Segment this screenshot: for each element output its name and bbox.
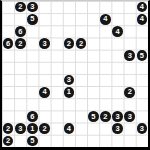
cell-r7c9[interactable]: [112, 86, 124, 98]
cell-r4c5[interactable]: [63, 50, 75, 62]
island-4-r1c11[interactable]: 4: [137, 14, 148, 25]
island-2-r10c0[interactable]: 2: [3, 123, 14, 134]
cell-r11c8[interactable]: [99, 135, 111, 147]
cell-r11c5[interactable]: [63, 135, 75, 147]
cell-r2c6[interactable]: [75, 25, 87, 37]
island-3-r9c9[interactable]: 3: [112, 111, 123, 122]
cell-r3c0[interactable]: 6: [2, 38, 14, 50]
cell-r9c0[interactable]: [2, 111, 14, 123]
island-2-r3c5[interactable]: 2: [64, 38, 75, 49]
cell-r5c6[interactable]: [75, 62, 87, 74]
island-5-r11c2[interactable]: 5: [27, 136, 38, 147]
cell-r0c2[interactable]: 3: [26, 1, 38, 13]
cell-r9c8[interactable]: 2: [99, 111, 111, 123]
cell-r10c1[interactable]: 3: [14, 123, 26, 135]
cell-r2c7[interactable]: [87, 25, 99, 37]
cell-r6c2[interactable]: [26, 74, 38, 86]
island-3-r3c3[interactable]: 3: [39, 38, 50, 49]
cell-r7c6[interactable]: [75, 86, 87, 98]
island-6-r9c2[interactable]: 6: [27, 111, 38, 122]
island-5-r4c11[interactable]: 5: [137, 50, 148, 61]
island-3-r10c9[interactable]: 3: [112, 123, 123, 134]
cell-r7c4[interactable]: [51, 86, 63, 98]
cell-r5c7[interactable]: [87, 62, 99, 74]
cell-r6c1[interactable]: [14, 74, 26, 86]
cell-r3c4[interactable]: [51, 38, 63, 50]
cell-r8c3[interactable]: [39, 98, 51, 110]
cell-r1c0[interactable]: [2, 13, 14, 25]
cell-r6c4[interactable]: [51, 74, 63, 86]
cell-r10c0[interactable]: 2: [2, 123, 14, 135]
cell-r8c9[interactable]: [112, 98, 124, 110]
cell-r7c0[interactable]: [2, 86, 14, 98]
cell-r11c0[interactable]: 2: [2, 135, 14, 147]
cell-r9c11[interactable]: [136, 111, 148, 123]
cell-r10c9[interactable]: 3: [112, 123, 124, 135]
cell-r11c10[interactable]: [124, 135, 136, 147]
cell-r5c2[interactable]: [26, 62, 38, 74]
cell-r4c10[interactable]: 3: [124, 50, 136, 62]
island-4-r10c5[interactable]: 4: [64, 123, 75, 134]
cell-r2c9[interactable]: 4: [112, 25, 124, 37]
cell-r3c8[interactable]: [99, 38, 111, 50]
cell-r10c11[interactable]: 3: [136, 123, 148, 135]
cell-r1c9[interactable]: [112, 13, 124, 25]
cell-r10c7[interactable]: [87, 123, 99, 135]
puzzle-screenshot: 234544646232235341265233231243325: [0, 0, 150, 150]
island-2-r3c6[interactable]: 2: [76, 38, 87, 49]
cell-r3c7[interactable]: [87, 38, 99, 50]
cell-r4c3[interactable]: [39, 50, 51, 62]
island-4-r1c8[interactable]: 4: [100, 14, 111, 25]
cell-r2c8[interactable]: [99, 25, 111, 37]
cell-r8c2[interactable]: [26, 98, 38, 110]
cell-r8c7[interactable]: [87, 98, 99, 110]
cell-r4c4[interactable]: [51, 50, 63, 62]
island-3-r10c1[interactable]: 3: [15, 123, 26, 134]
cell-r7c8[interactable]: [99, 86, 111, 98]
cell-r3c1[interactable]: 2: [14, 38, 26, 50]
cell-r10c4[interactable]: [51, 123, 63, 135]
cell-r3c9[interactable]: [112, 38, 124, 50]
cell-r6c3[interactable]: [39, 74, 51, 86]
cell-r9c1[interactable]: [14, 111, 26, 123]
cell-r5c1[interactable]: [14, 62, 26, 74]
cell-r3c2[interactable]: [26, 38, 38, 50]
island-5-r1c2[interactable]: 5: [27, 14, 38, 25]
cell-r4c7[interactable]: [87, 50, 99, 62]
cell-r5c9[interactable]: [112, 62, 124, 74]
hashi-board: 234544646232235341265233231243325: [0, 0, 150, 150]
hashi-grid: 234544646232235341265233231243325: [2, 1, 148, 147]
cell-r10c8[interactable]: [99, 123, 111, 135]
cell-r2c10[interactable]: [124, 25, 136, 37]
cell-r8c4[interactable]: [51, 98, 63, 110]
cell-r1c10[interactable]: [124, 13, 136, 25]
cell-r9c9[interactable]: 3: [112, 111, 124, 123]
island-3-r9c10[interactable]: 3: [124, 111, 135, 122]
cell-r1c6[interactable]: [75, 13, 87, 25]
cell-r9c3[interactable]: [39, 111, 51, 123]
cell-r4c9[interactable]: [112, 50, 124, 62]
cell-r8c5[interactable]: [63, 98, 75, 110]
cell-r7c5[interactable]: 1: [63, 86, 75, 98]
cell-r5c3[interactable]: [39, 62, 51, 74]
cell-r10c10[interactable]: [124, 123, 136, 135]
island-2-r11c0[interactable]: 2: [3, 136, 14, 147]
cell-r6c8[interactable]: [99, 74, 111, 86]
cell-r0c10[interactable]: [124, 1, 136, 13]
cell-r7c2[interactable]: [26, 86, 38, 98]
island-2-r3c1[interactable]: 2: [15, 38, 26, 49]
cell-r10c5[interactable]: 4: [63, 123, 75, 135]
island-4-r2c9[interactable]: 4: [112, 26, 123, 37]
island-3-r4c10[interactable]: 3: [124, 50, 135, 61]
island-3-r6c5[interactable]: 3: [64, 75, 75, 86]
cell-r5c11[interactable]: [136, 62, 148, 74]
cell-r4c11[interactable]: 5: [136, 50, 148, 62]
island-2-r9c8[interactable]: 2: [100, 111, 111, 122]
island-2-r7c10[interactable]: 2: [124, 87, 135, 98]
cell-r3c5[interactable]: 2: [63, 38, 75, 50]
island-3-r10c11[interactable]: 3: [137, 123, 148, 134]
cell-r5c10[interactable]: [124, 62, 136, 74]
cell-r6c6[interactable]: [75, 74, 87, 86]
cell-r0c0[interactable]: [2, 1, 14, 13]
cell-r1c3[interactable]: [39, 13, 51, 25]
cell-r0c1[interactable]: 2: [14, 1, 26, 13]
cell-r5c4[interactable]: [51, 62, 63, 74]
cell-r7c7[interactable]: [87, 86, 99, 98]
cell-r9c5[interactable]: [63, 111, 75, 123]
cell-r1c1[interactable]: [14, 13, 26, 25]
cell-r11c4[interactable]: [51, 135, 63, 147]
cell-r0c6[interactable]: [75, 1, 87, 13]
cell-r10c2[interactable]: 1: [26, 123, 38, 135]
cell-r1c4[interactable]: [51, 13, 63, 25]
cell-r7c3[interactable]: 4: [39, 86, 51, 98]
island-3-r0c2[interactable]: 3: [27, 2, 38, 13]
cell-r4c2[interactable]: [26, 50, 38, 62]
cell-r1c11[interactable]: 4: [136, 13, 148, 25]
cell-r2c3[interactable]: [39, 25, 51, 37]
cell-r11c3[interactable]: [39, 135, 51, 147]
cell-r3c10[interactable]: [124, 38, 136, 50]
island-5-r9c7[interactable]: 5: [88, 111, 99, 122]
cell-r9c2[interactable]: 6: [26, 111, 38, 123]
cell-r8c10[interactable]: [124, 98, 136, 110]
cell-r8c1[interactable]: [14, 98, 26, 110]
cell-r5c8[interactable]: [99, 62, 111, 74]
cell-r9c6[interactable]: [75, 111, 87, 123]
island-1-r10c2[interactable]: 1: [27, 123, 38, 134]
cell-r1c8[interactable]: 4: [99, 13, 111, 25]
cell-r8c11[interactable]: [136, 98, 148, 110]
cell-r2c5[interactable]: [63, 25, 75, 37]
cell-r0c8[interactable]: [99, 1, 111, 13]
cell-r2c4[interactable]: [51, 25, 63, 37]
cell-r6c9[interactable]: [112, 74, 124, 86]
cell-r6c11[interactable]: [136, 74, 148, 86]
cell-r11c7[interactable]: [87, 135, 99, 147]
cell-r9c10[interactable]: 3: [124, 111, 136, 123]
cell-r10c6[interactable]: [75, 123, 87, 135]
cell-r0c3[interactable]: [39, 1, 51, 13]
cell-r4c8[interactable]: [99, 50, 111, 62]
cell-r0c9[interactable]: [112, 1, 124, 13]
cell-r7c11[interactable]: [136, 86, 148, 98]
cell-r0c4[interactable]: [51, 1, 63, 13]
cell-r4c1[interactable]: [14, 50, 26, 62]
cell-r0c11[interactable]: 4: [136, 1, 148, 13]
cell-r3c6[interactable]: 2: [75, 38, 87, 50]
cell-r1c5[interactable]: [63, 13, 75, 25]
cell-r7c1[interactable]: [14, 86, 26, 98]
cell-r2c0[interactable]: [2, 25, 14, 37]
cell-r9c4[interactable]: [51, 111, 63, 123]
cell-r10c3[interactable]: 2: [39, 123, 51, 135]
cell-r6c7[interactable]: [87, 74, 99, 86]
cell-r6c5[interactable]: 3: [63, 74, 75, 86]
cell-r2c1[interactable]: 6: [14, 25, 26, 37]
cell-r3c11[interactable]: [136, 38, 148, 50]
cell-r5c0[interactable]: [2, 62, 14, 74]
cell-r1c2[interactable]: 5: [26, 13, 38, 25]
cell-r8c0[interactable]: [2, 98, 14, 110]
cell-r8c8[interactable]: [99, 98, 111, 110]
island-6-r2c1[interactable]: 6: [15, 26, 26, 37]
cell-r2c2[interactable]: [26, 25, 38, 37]
cell-r3c3[interactable]: 3: [39, 38, 51, 50]
cell-r11c9[interactable]: [112, 135, 124, 147]
cell-r9c7[interactable]: 5: [87, 111, 99, 123]
cell-r8c6[interactable]: [75, 98, 87, 110]
island-4-r7c3[interactable]: 4: [39, 87, 50, 98]
cell-r7c10[interactable]: 2: [124, 86, 136, 98]
cell-r2c11[interactable]: [136, 25, 148, 37]
cell-r4c0[interactable]: [2, 50, 14, 62]
island-4-r0c11[interactable]: 4: [137, 2, 148, 13]
cell-r11c2[interactable]: 5: [26, 135, 38, 147]
cell-r4c6[interactable]: [75, 50, 87, 62]
cell-r0c7[interactable]: [87, 1, 99, 13]
cell-r11c11[interactable]: [136, 135, 148, 147]
cell-r1c7[interactable]: [87, 13, 99, 25]
island-1-r7c5[interactable]: 1: [64, 87, 75, 98]
cell-r0c5[interactable]: [63, 1, 75, 13]
cell-r11c1[interactable]: [14, 135, 26, 147]
cell-r5c5[interactable]: [63, 62, 75, 74]
cell-r6c10[interactable]: [124, 74, 136, 86]
cell-r6c0[interactable]: [2, 74, 14, 86]
island-2-r0c1[interactable]: 2: [15, 2, 26, 13]
island-6-r3c0[interactable]: 6: [3, 38, 14, 49]
island-2-r10c3[interactable]: 2: [39, 123, 50, 134]
cell-r11c6[interactable]: [75, 135, 87, 147]
